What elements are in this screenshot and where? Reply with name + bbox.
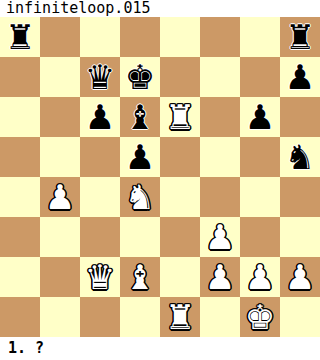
square-f6[interactable] — [200, 97, 240, 137]
square-f3[interactable]: ♟ — [200, 217, 240, 257]
piece-white-pawn: ♟ — [245, 257, 275, 297]
square-d1[interactable] — [120, 297, 160, 337]
square-f2[interactable]: ♟ — [200, 257, 240, 297]
piece-white-rook: ♜ — [165, 97, 195, 137]
square-h1[interactable] — [280, 297, 320, 337]
square-f8[interactable] — [200, 17, 240, 57]
square-d5[interactable]: ♟ — [120, 137, 160, 177]
square-e5[interactable] — [160, 137, 200, 177]
square-f7[interactable] — [200, 57, 240, 97]
chess-board: ♜♜♛♚♟♟♝♜♟♟♞♟♞♟♛♝♟♟♟♜♚ — [0, 17, 320, 337]
square-a4[interactable] — [0, 177, 40, 217]
piece-white-pawn: ♟ — [205, 217, 235, 257]
piece-black-queen: ♛ — [85, 57, 115, 97]
square-e1[interactable]: ♜ — [160, 297, 200, 337]
square-b7[interactable] — [40, 57, 80, 97]
square-g6[interactable]: ♟ — [240, 97, 280, 137]
piece-white-knight: ♞ — [125, 177, 155, 217]
piece-black-rook: ♜ — [5, 17, 35, 57]
square-e2[interactable] — [160, 257, 200, 297]
square-d7[interactable]: ♚ — [120, 57, 160, 97]
move-prompt: 1. ? — [0, 337, 320, 360]
square-b1[interactable] — [40, 297, 80, 337]
square-g5[interactable] — [240, 137, 280, 177]
square-f1[interactable] — [200, 297, 240, 337]
square-e6[interactable]: ♜ — [160, 97, 200, 137]
square-c5[interactable] — [80, 137, 120, 177]
piece-black-bishop: ♝ — [125, 97, 155, 137]
square-h5[interactable]: ♞ — [280, 137, 320, 177]
square-b8[interactable] — [40, 17, 80, 57]
square-b5[interactable] — [40, 137, 80, 177]
square-e4[interactable] — [160, 177, 200, 217]
square-c8[interactable] — [80, 17, 120, 57]
piece-black-pawn: ♟ — [285, 57, 315, 97]
square-c6[interactable]: ♟ — [80, 97, 120, 137]
square-c1[interactable] — [80, 297, 120, 337]
square-d3[interactable] — [120, 217, 160, 257]
square-g4[interactable] — [240, 177, 280, 217]
square-f4[interactable] — [200, 177, 240, 217]
square-a6[interactable] — [0, 97, 40, 137]
piece-black-pawn: ♟ — [85, 97, 115, 137]
chess-puzzle-screen: infiniteloop.015 ♜♜♛♚♟♟♝♜♟♟♞♟♞♟♛♝♟♟♟♜♚ 1… — [0, 0, 320, 360]
piece-white-bishop: ♝ — [125, 257, 155, 297]
square-a5[interactable] — [0, 137, 40, 177]
square-c7[interactable]: ♛ — [80, 57, 120, 97]
piece-black-king: ♚ — [125, 57, 155, 97]
square-g8[interactable] — [240, 17, 280, 57]
square-d8[interactable] — [120, 17, 160, 57]
piece-black-knight: ♞ — [285, 137, 315, 177]
piece-black-pawn: ♟ — [245, 97, 275, 137]
square-h6[interactable] — [280, 97, 320, 137]
square-h2[interactable]: ♟ — [280, 257, 320, 297]
piece-white-pawn: ♟ — [285, 257, 315, 297]
square-b2[interactable] — [40, 257, 80, 297]
square-c2[interactable]: ♛ — [80, 257, 120, 297]
square-h8[interactable]: ♜ — [280, 17, 320, 57]
piece-black-pawn: ♟ — [125, 137, 155, 177]
square-g2[interactable]: ♟ — [240, 257, 280, 297]
square-d2[interactable]: ♝ — [120, 257, 160, 297]
puzzle-title: infiniteloop.015 — [0, 0, 320, 17]
square-b3[interactable] — [40, 217, 80, 257]
piece-black-rook: ♜ — [285, 17, 315, 57]
piece-white-rook: ♜ — [165, 297, 195, 337]
square-a3[interactable] — [0, 217, 40, 257]
square-a2[interactable] — [0, 257, 40, 297]
piece-white-pawn: ♟ — [205, 257, 235, 297]
square-d6[interactable]: ♝ — [120, 97, 160, 137]
square-a1[interactable] — [0, 297, 40, 337]
square-b4[interactable]: ♟ — [40, 177, 80, 217]
piece-white-king: ♚ — [245, 297, 275, 337]
square-e7[interactable] — [160, 57, 200, 97]
square-a8[interactable]: ♜ — [0, 17, 40, 57]
square-c4[interactable] — [80, 177, 120, 217]
square-f5[interactable] — [200, 137, 240, 177]
square-g1[interactable]: ♚ — [240, 297, 280, 337]
piece-white-pawn: ♟ — [45, 177, 75, 217]
piece-white-queen: ♛ — [85, 257, 115, 297]
square-h4[interactable] — [280, 177, 320, 217]
square-e8[interactable] — [160, 17, 200, 57]
square-e3[interactable] — [160, 217, 200, 257]
square-h7[interactable]: ♟ — [280, 57, 320, 97]
square-g7[interactable] — [240, 57, 280, 97]
square-d4[interactable]: ♞ — [120, 177, 160, 217]
square-g3[interactable] — [240, 217, 280, 257]
square-c3[interactable] — [80, 217, 120, 257]
square-b6[interactable] — [40, 97, 80, 137]
square-a7[interactable] — [0, 57, 40, 97]
square-h3[interactable] — [280, 217, 320, 257]
